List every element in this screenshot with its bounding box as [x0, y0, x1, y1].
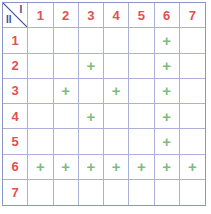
row-header-7: 7 [3, 180, 28, 205]
cell-I7-II1[interactable] [180, 28, 205, 53]
col-header-5: 5 [129, 3, 154, 28]
cell-I2-II4[interactable] [54, 104, 79, 129]
cell-I5-II1[interactable] [129, 28, 154, 53]
axis-label-i: I [19, 5, 22, 15]
cell-I3-II5[interactable] [79, 129, 104, 154]
cell-I6-II2[interactable]: + [155, 54, 180, 79]
cell-I4-II4[interactable] [104, 104, 129, 129]
cell-I4-II2[interactable] [104, 54, 129, 79]
col-header-2: 2 [54, 3, 79, 28]
row-header-3: 3 [3, 79, 28, 104]
cell-I4-II5[interactable] [104, 129, 129, 154]
row-header-2: 2 [3, 54, 28, 79]
cell-I3-II4[interactable]: + [79, 104, 104, 129]
cell-I4-II3[interactable]: + [104, 79, 129, 104]
cell-I3-II6[interactable]: + [79, 155, 104, 180]
row-header-1: 1 [3, 28, 28, 53]
cell-I3-II3[interactable] [79, 79, 104, 104]
cell-I7-II6[interactable]: + [180, 155, 205, 180]
cell-I1-II5[interactable] [28, 129, 53, 154]
cell-I6-II4[interactable]: + [155, 104, 180, 129]
cell-I6-II7[interactable] [155, 180, 180, 205]
cell-I2-II6[interactable]: + [54, 155, 79, 180]
cell-I1-II6[interactable]: + [28, 155, 53, 180]
cell-I2-II3[interactable]: + [54, 79, 79, 104]
row-header-6: 6 [3, 155, 28, 180]
cell-I3-II2[interactable]: + [79, 54, 104, 79]
cell-I3-II1[interactable] [79, 28, 104, 53]
cell-I7-II5[interactable] [180, 129, 205, 154]
cell-I5-II7[interactable] [129, 180, 154, 205]
page: { "game": "binary relation table (math g… [0, 0, 211, 214]
cell-I6-II3[interactable]: + [155, 79, 180, 104]
cell-I5-II5[interactable] [129, 129, 154, 154]
cell-I7-II7[interactable] [180, 180, 205, 205]
col-header-7: 7 [180, 3, 205, 28]
col-header-3: 3 [79, 3, 104, 28]
col-header-4: 4 [104, 3, 129, 28]
cell-I5-II3[interactable] [129, 79, 154, 104]
cell-I2-II7[interactable] [54, 180, 79, 205]
cell-I1-II7[interactable] [28, 180, 53, 205]
cell-I2-II5[interactable] [54, 129, 79, 154]
cell-I6-II1[interactable]: + [155, 28, 180, 53]
cell-I1-II1[interactable] [28, 28, 53, 53]
cell-I6-II5[interactable]: + [155, 129, 180, 154]
cell-I1-II3[interactable] [28, 79, 53, 104]
col-header-1: 1 [28, 3, 53, 28]
cell-I2-II2[interactable] [54, 54, 79, 79]
cell-I7-II4[interactable] [180, 104, 205, 129]
corner-cell: I II [3, 3, 28, 28]
row-header-4: 4 [3, 104, 28, 129]
cell-I4-II6[interactable]: + [104, 155, 129, 180]
cell-I4-II1[interactable] [104, 28, 129, 53]
cell-I5-II2[interactable] [129, 54, 154, 79]
cell-I2-II1[interactable] [54, 28, 79, 53]
cell-I1-II2[interactable] [28, 54, 53, 79]
axis-label-ii: II [6, 15, 12, 25]
col-header-6: 6 [155, 3, 180, 28]
row-header-5: 5 [3, 129, 28, 154]
cell-I6-II6[interactable]: + [155, 155, 180, 180]
cell-I7-II2[interactable] [180, 54, 205, 79]
relation-grid: I II 12345671+2++3+++4++5+6+++++++7 [2, 2, 206, 206]
cell-I4-II7[interactable] [104, 180, 129, 205]
cell-I7-II3[interactable] [180, 79, 205, 104]
cell-I5-II6[interactable]: + [129, 155, 154, 180]
cell-I1-II4[interactable] [28, 104, 53, 129]
cell-I3-II7[interactable] [79, 180, 104, 205]
cell-I5-II4[interactable] [129, 104, 154, 129]
